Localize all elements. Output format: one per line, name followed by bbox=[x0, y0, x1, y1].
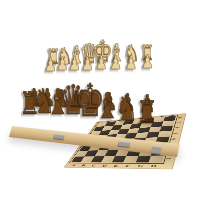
piece-white-pawn: ♟ bbox=[141, 53, 153, 71]
piece-white-queen: ♛ bbox=[80, 40, 98, 67]
piece-black-knight: ♞ bbox=[32, 85, 55, 119]
piece-white-pawn: ♟ bbox=[95, 55, 107, 73]
piece-black-pawn: ♟ bbox=[68, 88, 84, 112]
rank-label-1: 1 bbox=[164, 158, 172, 160]
hinge-icon bbox=[117, 141, 131, 149]
file-label-f: F bbox=[125, 163, 131, 167]
piece-white-rook: ♜ bbox=[141, 44, 155, 65]
chess-set-product-photo: ABCDEFGH 87654321 ♜♞♝♛♚♝♞♜♟♟♟♟♟♟♟♟♟♟♟♟♟♟… bbox=[0, 0, 200, 200]
piece-white-pawn: ♟ bbox=[82, 55, 94, 73]
piece-white-pawn: ♟ bbox=[110, 54, 122, 72]
piece-white-pawn: ♟ bbox=[125, 54, 137, 72]
rank-label-4: 4 bbox=[170, 138, 177, 140]
piece-black-queen: ♛ bbox=[60, 81, 87, 122]
piece-white-bishop: ♝ bbox=[109, 42, 125, 66]
piece-black-rook: ♜ bbox=[20, 87, 41, 118]
file-label-d: D bbox=[101, 163, 108, 167]
piece-black-pawn: ♟ bbox=[39, 86, 55, 110]
piece-white-bishop: ♝ bbox=[69, 44, 85, 68]
piece-black-pawn: ♟ bbox=[101, 90, 117, 114]
rank-label-6: 6 bbox=[173, 127, 180, 129]
hinge-icon bbox=[53, 133, 65, 140]
file-label-a: A bbox=[71, 163, 77, 167]
piece-black-pawn: ♟ bbox=[139, 92, 155, 116]
square-h1 bbox=[148, 155, 164, 162]
file-label-e: E bbox=[113, 163, 119, 167]
file-label-h: H bbox=[150, 164, 157, 168]
piece-white-king: ♚ bbox=[93, 36, 113, 66]
piece-black-pawn: ♟ bbox=[53, 87, 69, 111]
rank-label-8: 8 bbox=[176, 117, 182, 119]
rank-label-5: 5 bbox=[172, 132, 179, 134]
piece-black-pawn: ♟ bbox=[84, 89, 100, 113]
clasp-icon bbox=[150, 145, 162, 155]
piece-white-knight: ♞ bbox=[57, 45, 72, 68]
pieces-layer: ♜♞♝♛♚♝♞♜♟♟♟♟♟♟♟♟♟♟♟♟♟♟♟♟♜♞♝♛♚♝♞♜ bbox=[0, 0, 200, 200]
piece-white-knight: ♞ bbox=[124, 42, 139, 65]
piece-white-rook: ♜ bbox=[47, 47, 61, 68]
piece-black-king: ♚ bbox=[75, 78, 105, 123]
file-label-g: G bbox=[137, 163, 144, 167]
piece-white-pawn: ♟ bbox=[56, 56, 68, 74]
rank-label-7: 7 bbox=[175, 122, 182, 124]
piece-white-pawn: ♟ bbox=[45, 56, 57, 74]
piece-black-pawn: ♟ bbox=[26, 85, 42, 109]
piece-black-bishop: ♝ bbox=[46, 85, 70, 121]
piece-white-pawn: ♟ bbox=[69, 55, 81, 73]
file-label-b: B bbox=[81, 163, 87, 167]
file-label-c: C bbox=[91, 163, 97, 167]
piece-black-pawn: ♟ bbox=[119, 91, 135, 115]
